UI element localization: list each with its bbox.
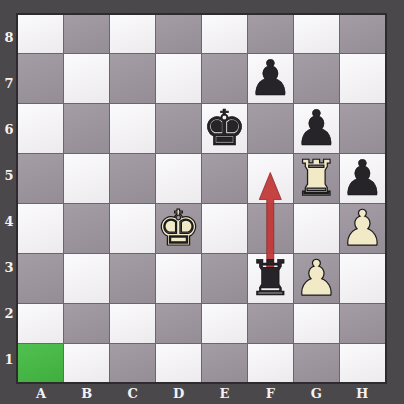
square-b6[interactable]: [64, 104, 109, 153]
piece-white-king[interactable]: ♚: [156, 204, 201, 253]
square-g4[interactable]: [294, 204, 339, 253]
square-g7[interactable]: [294, 54, 339, 103]
square-h3[interactable]: [340, 254, 385, 303]
square-d3[interactable]: [156, 254, 201, 303]
file-label-b: B: [64, 382, 110, 404]
square-b7[interactable]: [64, 54, 109, 103]
piece-black-pawn[interactable]: ♟: [248, 54, 293, 103]
square-b8[interactable]: [64, 15, 109, 53]
square-b4[interactable]: [64, 204, 109, 253]
square-d6[interactable]: [156, 104, 201, 153]
square-d7[interactable]: [156, 54, 201, 103]
square-h8[interactable]: [340, 15, 385, 53]
square-c1[interactable]: [110, 344, 155, 382]
piece-black-rook[interactable]: ♜: [248, 254, 293, 303]
square-c2[interactable]: [110, 304, 155, 342]
file-label-c: C: [110, 382, 156, 404]
piece-black-pawn[interactable]: ♟: [340, 154, 385, 203]
file-label-d: D: [156, 382, 202, 404]
square-c7[interactable]: [110, 54, 155, 103]
board-frame: 87654321 ♟♚♟♜♟♚♟♜♟ ABCDEFGH: [0, 0, 404, 404]
square-e6[interactable]: ♚: [202, 104, 247, 153]
square-f2[interactable]: [248, 304, 293, 342]
square-h1[interactable]: [340, 344, 385, 382]
square-b5[interactable]: [64, 154, 109, 203]
square-g5[interactable]: ♜: [294, 154, 339, 203]
square-a7[interactable]: [18, 54, 63, 103]
square-d8[interactable]: [156, 15, 201, 53]
square-f1[interactable]: [248, 344, 293, 382]
piece-white-pawn[interactable]: ♟: [340, 204, 385, 253]
square-d5[interactable]: [156, 154, 201, 203]
square-g2[interactable]: [294, 304, 339, 342]
square-h6[interactable]: [340, 104, 385, 153]
square-e3[interactable]: [202, 254, 247, 303]
square-a2[interactable]: [18, 304, 63, 342]
piece-white-pawn[interactable]: ♟: [294, 254, 339, 303]
square-f7[interactable]: ♟: [248, 54, 293, 103]
square-f6[interactable]: [248, 104, 293, 153]
square-h4[interactable]: ♟: [340, 204, 385, 253]
square-b3[interactable]: [64, 254, 109, 303]
square-f8[interactable]: [248, 15, 293, 53]
square-d1[interactable]: [156, 344, 201, 382]
file-label-g: G: [293, 382, 339, 404]
chess-board: ♟♚♟♜♟♚♟♜♟: [16, 13, 387, 384]
square-d2[interactable]: [156, 304, 201, 342]
square-c3[interactable]: [110, 254, 155, 303]
square-a6[interactable]: [18, 104, 63, 153]
square-e5[interactable]: [202, 154, 247, 203]
file-labels: ABCDEFGH: [18, 382, 385, 404]
square-a1[interactable]: [18, 344, 63, 382]
piece-black-pawn[interactable]: ♟: [294, 104, 339, 153]
piece-white-rook[interactable]: ♜: [294, 154, 339, 203]
square-b1[interactable]: [64, 344, 109, 382]
square-h5[interactable]: ♟: [340, 154, 385, 203]
file-label-f: F: [247, 382, 293, 404]
square-f5[interactable]: [248, 154, 293, 203]
square-b2[interactable]: [64, 304, 109, 342]
square-h2[interactable]: [340, 304, 385, 342]
file-label-e: E: [202, 382, 248, 404]
square-f4[interactable]: [248, 204, 293, 253]
square-a4[interactable]: [18, 204, 63, 253]
square-g3[interactable]: ♟: [294, 254, 339, 303]
square-c8[interactable]: [110, 15, 155, 53]
square-e2[interactable]: [202, 304, 247, 342]
square-d4[interactable]: ♚: [156, 204, 201, 253]
square-a8[interactable]: [18, 15, 63, 53]
chess-screenshot: { "game": "chess", "position": { "fen": …: [0, 0, 404, 404]
square-f3[interactable]: ♜: [248, 254, 293, 303]
square-c4[interactable]: [110, 204, 155, 253]
square-c5[interactable]: [110, 154, 155, 203]
square-g1[interactable]: [294, 344, 339, 382]
square-e8[interactable]: [202, 15, 247, 53]
file-label-h: H: [339, 382, 385, 404]
square-h7[interactable]: [340, 54, 385, 103]
square-g8[interactable]: [294, 15, 339, 53]
file-label-a: A: [18, 382, 64, 404]
square-a5[interactable]: [18, 154, 63, 203]
square-e4[interactable]: [202, 204, 247, 253]
piece-black-king[interactable]: ♚: [202, 104, 247, 153]
square-a3[interactable]: [18, 254, 63, 303]
square-e1[interactable]: [202, 344, 247, 382]
square-c6[interactable]: [110, 104, 155, 153]
square-g6[interactable]: ♟: [294, 104, 339, 153]
square-e7[interactable]: [202, 54, 247, 103]
